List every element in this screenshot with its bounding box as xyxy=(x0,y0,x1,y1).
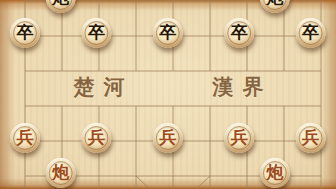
black-cannon-piece[interactable]: 炮 xyxy=(260,0,290,13)
cannon-glyph: 炮 xyxy=(266,164,283,181)
black-soldier-piece[interactable]: 卒 xyxy=(296,18,326,48)
soldier-glyph: 兵 xyxy=(17,129,34,146)
cannon-glyph: 炮 xyxy=(52,164,69,181)
red-soldier-piece[interactable]: 兵 xyxy=(10,123,40,153)
soldier-glyph: 兵 xyxy=(231,129,248,146)
cannon-glyph: 炮 xyxy=(266,0,283,6)
black-soldier-piece[interactable]: 卒 xyxy=(153,18,183,48)
soldier-glyph: 卒 xyxy=(17,24,34,41)
cannon-glyph: 炮 xyxy=(52,0,69,6)
black-soldier-piece[interactable]: 卒 xyxy=(10,18,40,48)
black-soldier-piece[interactable]: 卒 xyxy=(224,18,254,48)
soldier-glyph: 卒 xyxy=(159,24,176,41)
red-soldier-piece[interactable]: 兵 xyxy=(296,123,326,153)
black-soldier-piece[interactable]: 卒 xyxy=(81,18,111,48)
soldier-glyph: 卒 xyxy=(302,24,319,41)
soldier-glyph: 卒 xyxy=(231,24,248,41)
black-cannon-piece[interactable]: 炮 xyxy=(46,0,76,13)
red-soldier-piece[interactable]: 兵 xyxy=(153,123,183,153)
board-grid[interactable]: 炮炮卒卒卒卒卒兵兵兵兵兵炮炮 xyxy=(7,0,336,189)
soldier-glyph: 兵 xyxy=(159,129,176,146)
red-soldier-piece[interactable]: 兵 xyxy=(81,123,111,153)
red-soldier-piece[interactable]: 兵 xyxy=(224,123,254,153)
red-cannon-piece[interactable]: 炮 xyxy=(46,158,76,188)
soldier-glyph: 兵 xyxy=(88,129,105,146)
soldier-glyph: 卒 xyxy=(88,24,105,41)
soldier-glyph: 兵 xyxy=(302,129,319,146)
red-cannon-piece[interactable]: 炮 xyxy=(260,158,290,188)
xiangqi-board-screen: 楚河 漢界 炮炮卒卒卒卒卒兵兵兵兵兵炮炮 xyxy=(0,0,336,189)
